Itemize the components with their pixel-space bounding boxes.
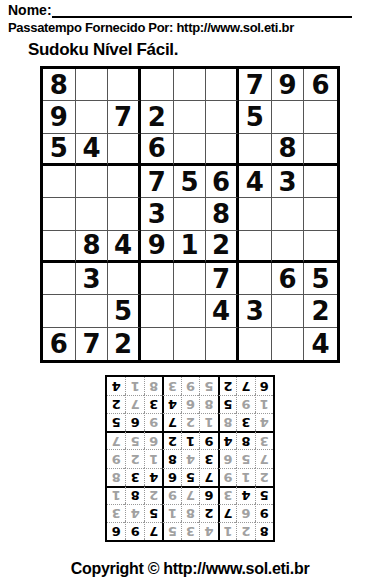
solution-cell-r1c5: 3	[181, 522, 199, 540]
solution-cell-r1c8: 9	[125, 522, 143, 540]
puzzle-cell-r8c6[interactable]: 4	[206, 295, 239, 327]
solution-cell-r1c4: 4	[199, 522, 217, 540]
solution-cell-r4c3: 9	[218, 468, 236, 486]
solution-cell-r1c3: 1	[218, 522, 236, 540]
puzzle-cell-r2c7[interactable]: 5	[239, 101, 272, 133]
solution-cell-r7c7: 9	[144, 413, 162, 431]
puzzle-cell-r2c1[interactable]: 9	[43, 101, 76, 133]
solution-cell-r4c2: 1	[236, 468, 254, 486]
solution-cell-r3c3: 3	[218, 486, 236, 504]
puzzle-cell-r9c4[interactable]	[141, 328, 174, 360]
puzzle-cell-r1c2[interactable]	[76, 69, 109, 101]
puzzle-cell-r5c4[interactable]: 3	[141, 198, 174, 230]
puzzle-cell-r9c3[interactable]: 2	[108, 328, 141, 360]
solution-cell-r8c3: 5	[218, 395, 236, 413]
puzzle-cell-r4c6[interactable]: 6	[206, 166, 239, 198]
solution-cell-r7c2: 3	[236, 413, 254, 431]
solution-cell-r4c4: 7	[199, 468, 217, 486]
solution-cell-r1c2: 2	[236, 522, 254, 540]
puzzle-cell-r7c2[interactable]: 3	[76, 263, 109, 295]
puzzle-cell-r2c4[interactable]: 2	[141, 101, 174, 133]
puzzle-cell-r9c2[interactable]: 7	[76, 328, 109, 360]
solution-cell-r7c6: 7	[162, 413, 180, 431]
solution-cell-r2c7: 5	[144, 504, 162, 522]
puzzle-cell-r9c1[interactable]: 6	[43, 328, 76, 360]
solution-cell-r3c2: 4	[236, 486, 254, 504]
puzzle-cell-r6c9[interactable]	[304, 231, 337, 263]
puzzle-cell-r4c1[interactable]	[43, 166, 76, 198]
name-blank-line[interactable]	[52, 4, 352, 18]
puzzle-cell-r3c2[interactable]: 4	[76, 134, 109, 166]
solution-cell-r7c3: 8	[218, 413, 236, 431]
puzzle-cell-r2c8[interactable]	[272, 101, 305, 133]
solution-cell-r9c9: 4	[107, 377, 125, 395]
puzzle-cell-r4c5[interactable]: 5	[174, 166, 207, 198]
puzzle-cell-r5c1[interactable]	[43, 198, 76, 230]
solution-cell-r2c2: 6	[236, 504, 254, 522]
page-title: Sudoku Nível Fácil.	[28, 40, 178, 60]
puzzle-cell-r5c7[interactable]	[239, 198, 272, 230]
puzzle-cell-r2c2[interactable]	[76, 101, 109, 133]
solution-cell-r4c1: 2	[255, 468, 273, 486]
puzzle-cell-r1c7[interactable]: 7	[239, 69, 272, 101]
puzzle-cell-r4c3[interactable]	[108, 166, 141, 198]
puzzle-cell-r1c4[interactable]	[141, 69, 174, 101]
puzzle-cell-r6c3[interactable]: 4	[108, 231, 141, 263]
puzzle-cell-r7c3[interactable]	[108, 263, 141, 295]
solution-cell-r8c1: 1	[255, 395, 273, 413]
solution-cell-r8c8: 7	[125, 395, 143, 413]
solution-cell-r6c4: 9	[199, 431, 217, 449]
solution-cell-r3c8: 8	[125, 486, 143, 504]
puzzle-cell-r4c9[interactable]	[304, 166, 337, 198]
solution-cell-r2c5: 8	[181, 504, 199, 522]
puzzle-cell-r6c4[interactable]: 9	[141, 231, 174, 263]
solution-cell-r4c5: 5	[181, 468, 199, 486]
solution-cell-r5c7: 1	[144, 449, 162, 467]
solution-cell-r1c9: 6	[107, 522, 125, 540]
puzzle-cell-r5c3[interactable]	[108, 198, 141, 230]
puzzle-cell-r9c8[interactable]	[272, 328, 305, 360]
puzzle-cell-r6c8[interactable]	[272, 231, 305, 263]
solution-cell-r6c5: 1	[181, 431, 199, 449]
solution-cell-r3c5: 7	[181, 486, 199, 504]
puzzle-cell-r5c2[interactable]	[76, 198, 109, 230]
puzzle-cell-r6c2[interactable]: 8	[76, 231, 109, 263]
solution-cell-r7c1: 4	[255, 413, 273, 431]
sudoku-puzzle-grid: 879697255468756433884912376554326724	[40, 66, 340, 363]
solution-cell-r1c1: 8	[255, 522, 273, 540]
solution-cell-r2c4: 2	[199, 504, 217, 522]
puzzle-cell-r7c5[interactable]	[174, 263, 207, 295]
puzzle-cell-r5c5[interactable]	[174, 198, 207, 230]
solution-cell-r9c2: 7	[236, 377, 254, 395]
solution-cell-r7c9: 5	[107, 413, 125, 431]
solution-cell-r2c6: 1	[162, 504, 180, 522]
solution-cell-r3c6: 9	[162, 486, 180, 504]
puzzle-cell-r6c6[interactable]: 2	[206, 231, 239, 263]
solution-cell-r4c6: 6	[162, 468, 180, 486]
puzzle-cell-r2c5[interactable]	[174, 101, 207, 133]
solution-cell-r9c8: 1	[125, 377, 143, 395]
solution-cell-r6c3: 4	[218, 431, 236, 449]
solution-cell-r7c8: 6	[125, 413, 143, 431]
solution-cell-r6c1: 3	[255, 431, 273, 449]
puzzle-cell-r8c2[interactable]	[76, 295, 109, 327]
solution-cell-r3c9: 1	[107, 486, 125, 504]
puzzle-cell-r4c2[interactable]	[76, 166, 109, 198]
puzzle-cell-r3c5[interactable]	[174, 134, 207, 166]
solution-cell-r9c3: 2	[218, 377, 236, 395]
name-field-row: Nome:	[8, 2, 352, 18]
puzzle-cell-r4c7[interactable]: 4	[239, 166, 272, 198]
puzzle-cell-r9c7[interactable]	[239, 328, 272, 360]
solution-cell-r3c4: 6	[199, 486, 217, 504]
puzzle-cell-r8c9[interactable]: 2	[304, 295, 337, 327]
puzzle-cell-r1c9[interactable]: 6	[304, 69, 337, 101]
puzzle-cell-r8c7[interactable]: 3	[239, 295, 272, 327]
solution-cell-r5c1: 7	[255, 449, 273, 467]
solution-cell-r8c9: 2	[107, 395, 125, 413]
solution-cell-r6c2: 8	[236, 431, 254, 449]
solution-cell-r5c5: 4	[181, 449, 199, 467]
solution-cell-r6c9: 7	[107, 431, 125, 449]
solution-cell-r1c7: 7	[144, 522, 162, 540]
puzzle-cell-r9c6[interactable]	[206, 328, 239, 360]
solution-cell-r6c7: 6	[144, 431, 162, 449]
solution-cell-r5c9: 9	[107, 449, 125, 467]
puzzle-cell-r7c6[interactable]: 7	[206, 263, 239, 295]
puzzle-cell-r5c9[interactable]	[304, 198, 337, 230]
solution-cell-r8c2: 9	[236, 395, 254, 413]
puzzle-cell-r2c6[interactable]	[206, 101, 239, 133]
solution-cell-r9c7: 8	[144, 377, 162, 395]
solution-cell-r2c9: 3	[107, 504, 125, 522]
solution-cell-r6c6: 2	[162, 431, 180, 449]
puzzle-cell-r1c5[interactable]	[174, 69, 207, 101]
puzzle-cell-r8c4[interactable]	[141, 295, 174, 327]
worksheet-page: Nome: Passatempo Fornecido Por: http://w…	[0, 0, 380, 585]
solution-cell-r5c6: 8	[162, 449, 180, 467]
puzzle-cell-r7c7[interactable]	[239, 263, 272, 295]
solution-cell-r9c1: 6	[255, 377, 273, 395]
puzzle-cell-r9c9[interactable]: 4	[304, 328, 337, 360]
solution-cell-r2c3: 7	[218, 504, 236, 522]
solution-cell-r8c5: 6	[181, 395, 199, 413]
puzzle-cell-r7c9[interactable]: 5	[304, 263, 337, 295]
puzzle-cell-r8c1[interactable]	[43, 295, 76, 327]
puzzle-cell-r4c4[interactable]: 7	[141, 166, 174, 198]
solution-cell-r9c6: 3	[162, 377, 180, 395]
solution-cell-r4c9: 8	[107, 468, 125, 486]
solution-cell-r1c6: 5	[162, 522, 180, 540]
puzzle-cell-r8c3[interactable]: 5	[108, 295, 141, 327]
puzzle-cell-r2c3[interactable]: 7	[108, 101, 141, 133]
puzzle-cell-r6c7[interactable]	[239, 231, 272, 263]
solution-cell-r8c6: 4	[162, 395, 180, 413]
solution-cell-r7c4: 1	[199, 413, 217, 431]
puzzle-cell-r3c8[interactable]: 8	[272, 134, 305, 166]
puzzle-cell-r1c6[interactable]	[206, 69, 239, 101]
puzzle-cell-r1c8[interactable]: 9	[272, 69, 305, 101]
solution-cell-r8c4: 8	[199, 395, 217, 413]
solution-cell-r9c5: 9	[181, 377, 199, 395]
provided-by-text: Passatempo Fornecido Por: http://www.sol…	[8, 20, 294, 35]
solution-cell-r3c1: 5	[255, 486, 273, 504]
puzzle-cell-r5c8[interactable]	[272, 198, 305, 230]
solution-cell-r8c7: 3	[144, 395, 162, 413]
puzzle-cell-r3c4[interactable]: 6	[141, 134, 174, 166]
solution-cell-r5c8: 2	[125, 449, 143, 467]
solution-cell-r5c3: 6	[218, 449, 236, 467]
solution-cell-r2c1: 9	[255, 504, 273, 522]
puzzle-cell-r1c3[interactable]	[108, 69, 141, 101]
puzzle-cell-r7c8[interactable]: 6	[272, 263, 305, 295]
puzzle-cell-r1c1[interactable]: 8	[43, 69, 76, 101]
puzzle-cell-r5c6[interactable]: 8	[206, 198, 239, 230]
solution-cell-r9c4: 5	[199, 377, 217, 395]
solution-cell-r3c7: 2	[144, 486, 162, 504]
name-label: Nome:	[8, 2, 52, 18]
puzzle-cell-r7c1[interactable]	[43, 263, 76, 295]
solution-cell-r2c8: 4	[125, 504, 143, 522]
solution-cell-r5c2: 5	[236, 449, 254, 467]
puzzle-cell-r4c8[interactable]: 3	[272, 166, 305, 198]
puzzle-cell-r3c9[interactable]	[304, 134, 337, 166]
puzzle-cell-r3c1[interactable]: 5	[43, 134, 76, 166]
puzzle-cell-r8c5[interactable]	[174, 295, 207, 327]
solution-cell-r4c7: 4	[144, 468, 162, 486]
puzzle-cell-r7c4[interactable]	[141, 263, 174, 295]
puzzle-cell-r3c3[interactable]	[108, 134, 141, 166]
solution-cell-r6c8: 5	[125, 431, 143, 449]
solution-cell-r5c4: 3	[199, 449, 217, 467]
puzzle-cell-r3c7[interactable]	[239, 134, 272, 166]
puzzle-cell-r9c5[interactable]	[174, 328, 207, 360]
sudoku-solution-grid: 8214357969672815435436792812197564387563…	[105, 375, 275, 542]
solution-cell-r4c8: 3	[125, 468, 143, 486]
puzzle-cell-r8c8[interactable]	[272, 295, 305, 327]
copyright-text: Copyright © http://www.sol.eti.br	[0, 560, 380, 578]
solution-cell-r7c5: 2	[181, 413, 199, 431]
puzzle-cell-r2c9[interactable]	[304, 101, 337, 133]
puzzle-cell-r6c5[interactable]: 1	[174, 231, 207, 263]
puzzle-cell-r3c6[interactable]	[206, 134, 239, 166]
puzzle-cell-r6c1[interactable]	[43, 231, 76, 263]
